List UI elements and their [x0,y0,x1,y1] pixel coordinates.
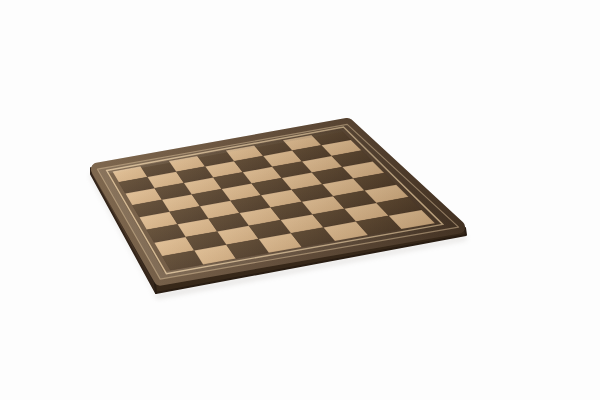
chessboard-photo [0,0,600,400]
product-photo: Overhead product photograph of an empty … [0,0,600,400]
sheen-overlay [97,124,458,279]
